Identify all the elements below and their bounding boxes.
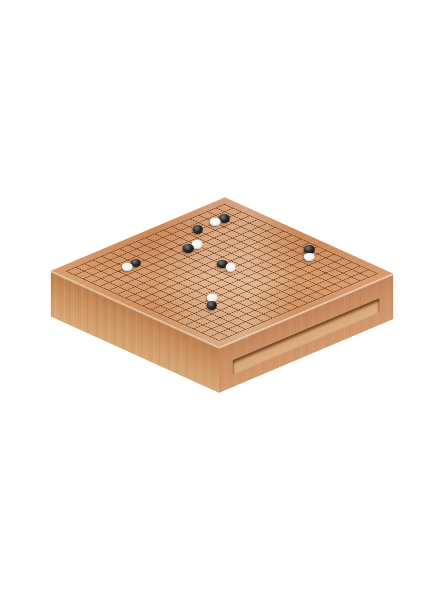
product-photo <box>0 0 445 591</box>
stone-layer <box>0 0 445 591</box>
stone-white <box>210 218 221 227</box>
stone-black <box>183 244 194 253</box>
stone-white <box>122 263 133 272</box>
stone-black <box>207 301 218 310</box>
stone-black <box>192 225 203 234</box>
stone-white <box>304 253 315 262</box>
stone-white <box>226 263 237 272</box>
